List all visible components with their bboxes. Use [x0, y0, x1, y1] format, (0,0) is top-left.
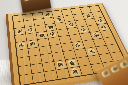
piece-kanji: 玉 — [56, 18, 62, 22]
piece-kanji: 飛 — [71, 69, 78, 74]
piece-kanji: 香 — [85, 14, 91, 17]
shogi-piece[interactable]: 銀 — [37, 32, 47, 39]
piece-kanji: 歩 — [80, 28, 86, 32]
piece-kanji: 歩 — [121, 61, 127, 67]
piece-kanji: 銀 — [30, 42, 36, 46]
shogi-piece[interactable]: 銀 — [28, 40, 38, 47]
scene: 金玉香歩歩銀歩歩銀歩歩桂歩銀歩歩玉銀金飛 飛桂歩 角金歩歩 — [0, 0, 128, 85]
komadai-gote-tray: 飛桂歩 — [20, 0, 50, 2]
piece-kanji: 歩 — [19, 43, 25, 47]
piece-kanji: 歩 — [97, 19, 103, 23]
piece-kanji: 金 — [69, 61, 76, 66]
shogi-piece[interactable]: 歩 — [119, 59, 128, 69]
shogi-piece[interactable]: 飛 — [69, 67, 80, 76]
piece-kanji: 歩 — [17, 29, 23, 33]
photo-viewport: 金玉香歩歩銀歩歩銀歩歩桂歩銀歩歩玉銀金飛 飛桂歩 角金歩歩 — [0, 0, 128, 85]
piece-kanji: 歩 — [68, 23, 74, 27]
shogi-piece[interactable]: 銀 — [55, 61, 66, 70]
shogi-piece[interactable]: 飛 — [23, 0, 30, 2]
piece-kanji: 銀 — [48, 25, 54, 29]
piece-kanji: 銀 — [39, 33, 45, 37]
shogi-piece[interactable]: 歩 — [17, 42, 27, 49]
shogi-piece[interactable]: 金 — [67, 59, 78, 67]
piece-kanji: 歩 — [75, 43, 81, 47]
piece-kanji: 金 — [45, 13, 50, 16]
shogi-piece[interactable]: 金 — [109, 64, 119, 74]
piece-kanji: 角 — [102, 70, 108, 76]
shogi-piece[interactable]: 角 — [100, 68, 110, 78]
piece-kanji: 歩 — [50, 32, 56, 36]
piece-kanji: 銀 — [57, 62, 64, 67]
piece-kanji: 金 — [112, 66, 118, 72]
piece-kanji: 歩 — [93, 33, 99, 37]
piece-kanji: 桂 — [100, 25, 106, 29]
piece-kanji: 玉 — [88, 49, 95, 54]
piece-kanji: 歩 — [27, 28, 33, 32]
